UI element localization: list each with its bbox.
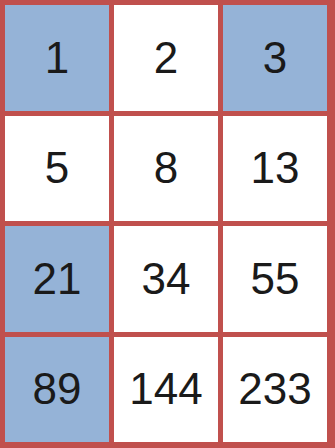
board: 123581321345589144233 (0, 0, 335, 448)
cell-r1c3: 3 (223, 5, 327, 111)
cell-r1c2: 2 (114, 5, 218, 111)
cell-r2c1: 5 (5, 116, 109, 222)
cell-r4c3: 233 (223, 337, 327, 443)
cell-r4c1: 89 (5, 337, 109, 443)
cell-r3c1: 21 (5, 226, 109, 332)
cell-r2c2: 8 (114, 116, 218, 222)
cell-r3c2: 34 (114, 226, 218, 332)
cell-r3c3: 55 (223, 226, 327, 332)
cell-r1c1: 1 (5, 5, 109, 111)
cell-r2c3: 13 (223, 116, 327, 222)
cell-r4c2: 144 (114, 337, 218, 443)
number-grid: 123581321345589144233 (0, 0, 335, 448)
